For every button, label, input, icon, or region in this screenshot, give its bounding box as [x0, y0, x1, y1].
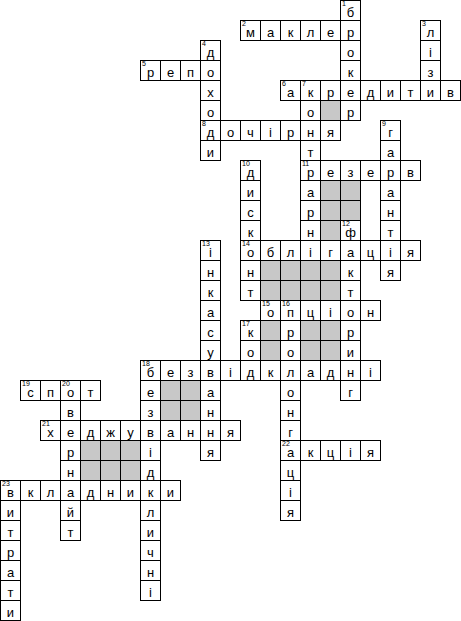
cell-letter: х [41, 424, 60, 440]
cell-letter: г [281, 424, 300, 440]
cell-letter: н [341, 364, 360, 380]
cell-letter: а [201, 304, 220, 320]
grid-cell[interactable]: 22а [280, 440, 301, 461]
grid-cell[interactable]: я [220, 420, 241, 441]
grid-cell[interactable]: р [340, 320, 361, 341]
blocked-cell [320, 340, 341, 361]
cell-letter: к [241, 224, 260, 240]
cell-letter: т [301, 144, 320, 160]
grid-cell[interactable]: е [340, 80, 361, 101]
grid-cell[interactable]: н [300, 120, 321, 141]
grid-cell[interactable]: 23в [0, 480, 21, 501]
grid-cell[interactable]: і [340, 440, 361, 461]
grid-cell[interactable]: т [240, 280, 261, 301]
cell-letter: е [361, 164, 380, 180]
cell-letter: р [341, 104, 360, 120]
grid-cell[interactable]: я [380, 260, 401, 281]
grid-cell[interactable]: к [300, 440, 321, 461]
grid-cell[interactable]: ц [300, 300, 321, 321]
grid-cell[interactable]: и [160, 480, 181, 501]
blocked-cell [300, 340, 321, 361]
cell-letter: с [201, 324, 220, 340]
grid-cell[interactable]: 16п [280, 300, 301, 321]
grid-cell[interactable]: с [200, 320, 221, 341]
grid-cell[interactable]: 19с [20, 380, 41, 401]
cell-letter: а [301, 364, 320, 380]
grid-cell[interactable]: а [0, 560, 21, 581]
grid-cell[interactable]: і [300, 240, 321, 261]
grid-cell[interactable]: н [340, 360, 361, 381]
cell-letter: и [381, 84, 400, 100]
cell-letter: в [401, 164, 420, 180]
blocked-cell [260, 260, 281, 281]
grid-cell[interactable]: е [60, 420, 81, 441]
grid-cell[interactable]: ц [320, 440, 341, 461]
cell-letter: д [361, 84, 380, 100]
grid-cell[interactable]: н [240, 260, 261, 281]
grid-cell[interactable]: д [140, 460, 161, 481]
cell-letter: о [221, 124, 240, 140]
grid-cell[interactable]: к [280, 20, 301, 41]
cell-letter: а [301, 184, 320, 200]
cell-letter: й [61, 504, 80, 520]
cell-letter: а [201, 384, 220, 400]
cell-letter: а [341, 244, 360, 260]
grid-cell[interactable]: о [200, 60, 221, 81]
cell-letter: о [61, 384, 80, 400]
grid-cell[interactable]: 20о [60, 380, 81, 401]
cell-letter: і [301, 244, 320, 260]
cell-letter: е [161, 64, 180, 80]
cell-letter: у [121, 424, 140, 440]
grid-cell[interactable]: 8д [200, 120, 221, 141]
cell-letter: к [141, 484, 160, 500]
cell-letter: ф [341, 224, 360, 240]
grid-cell[interactable]: о [240, 340, 261, 361]
cell-letter: о [201, 64, 220, 80]
grid-cell[interactable]: і [260, 120, 281, 141]
grid-cell[interactable]: р [380, 160, 401, 181]
grid-cell[interactable]: в [200, 360, 221, 381]
grid-cell[interactable]: о [200, 100, 221, 121]
grid-cell[interactable]: в [440, 80, 461, 101]
grid-cell[interactable]: и [200, 140, 221, 161]
grid-cell[interactable]: й [60, 500, 81, 521]
cell-letter: е [141, 384, 160, 400]
blocked-cell [320, 260, 341, 281]
cell-letter: е [341, 84, 360, 100]
grid-cell[interactable]: і [420, 40, 441, 61]
grid-cell[interactable]: 11р [300, 160, 321, 181]
grid-cell[interactable]: н [200, 420, 221, 441]
grid-cell[interactable]: а [300, 180, 321, 201]
cell-letter: а [281, 444, 300, 460]
grid-cell[interactable]: а [160, 420, 181, 441]
grid-cell[interactable]: р [280, 120, 301, 141]
grid-cell[interactable]: 18б [140, 360, 161, 381]
cell-letter: т [61, 524, 80, 540]
cell-letter: і [141, 444, 160, 460]
grid-cell[interactable]: 13і [200, 240, 221, 261]
grid-cell[interactable]: д [80, 420, 101, 441]
blocked-cell [120, 460, 141, 481]
blocked-cell [300, 260, 321, 281]
grid-cell[interactable]: д [240, 360, 261, 381]
cell-letter: з [141, 404, 160, 420]
cell-letter: д [241, 364, 260, 380]
cell-letter: р [61, 444, 80, 460]
cell-letter: р [321, 84, 340, 100]
cell-letter: к [261, 364, 280, 380]
grid-cell[interactable]: т [60, 520, 81, 541]
cell-letter: о [241, 344, 260, 360]
grid-cell[interactable]: н [60, 460, 81, 481]
cell-letter: в [201, 364, 220, 380]
grid-cell[interactable]: о [340, 40, 361, 61]
cell-letter: л [281, 244, 300, 260]
cell-letter: з [341, 164, 360, 180]
grid-cell[interactable]: н [140, 560, 161, 581]
grid-cell[interactable]: г [280, 420, 301, 441]
grid-cell[interactable]: р [340, 20, 361, 41]
grid-cell[interactable]: я [320, 120, 341, 141]
grid-cell[interactable]: е [320, 160, 341, 181]
cell-letter: я [221, 424, 240, 440]
grid-cell[interactable]: б [260, 240, 281, 261]
grid-cell[interactable]: к [140, 480, 161, 501]
blocked-cell [320, 220, 341, 241]
grid-cell[interactable]: н [380, 200, 401, 221]
grid-cell[interactable]: з [140, 400, 161, 421]
grid-cell[interactable]: г [340, 380, 361, 401]
cell-letter: т [1, 584, 20, 600]
grid-cell[interactable]: а [380, 140, 401, 161]
cell-letter: я [401, 244, 420, 260]
cell-letter: н [281, 404, 300, 420]
cell-letter: н [201, 264, 220, 280]
grid-cell[interactable]: в [140, 420, 161, 441]
grid-cell[interactable]: р [320, 80, 341, 101]
grid-cell[interactable]: к [200, 280, 221, 301]
grid-cell[interactable]: і [140, 580, 161, 601]
cell-letter: д [241, 164, 260, 180]
cell-letter: е [161, 364, 180, 380]
grid-cell[interactable]: н [200, 400, 221, 421]
grid-cell[interactable]: а [380, 180, 401, 201]
grid-cell[interactable]: 4д [200, 40, 221, 61]
grid-cell[interactable]: т [300, 140, 321, 161]
cell-letter: о [241, 244, 260, 260]
grid-cell[interactable]: л [280, 360, 301, 381]
grid-cell[interactable]: 6а [280, 80, 301, 101]
grid-cell[interactable]: и [240, 180, 261, 201]
grid-cell[interactable]: 7к [300, 80, 321, 101]
grid-cell[interactable]: р [60, 440, 81, 461]
grid-cell[interactable]: 21х [40, 420, 61, 441]
grid-cell[interactable]: 10д [240, 160, 261, 181]
grid-cell[interactable]: ч [240, 120, 261, 141]
blocked-cell [160, 400, 181, 421]
cell-letter: е [61, 424, 80, 440]
grid-cell[interactable]: 17к [240, 320, 261, 341]
grid-cell[interactable]: л [40, 480, 61, 501]
grid-cell[interactable]: п [180, 60, 201, 81]
cell-letter: и [1, 504, 20, 520]
cell-letter: о [341, 304, 360, 320]
grid-cell[interactable]: г [320, 240, 341, 261]
cell-letter: п [281, 304, 300, 320]
cell-letter: а [261, 24, 280, 40]
grid-cell[interactable]: з [420, 60, 441, 81]
grid-cell[interactable]: і [140, 440, 161, 461]
cell-letter: н [381, 204, 400, 220]
grid-cell[interactable]: а [340, 240, 361, 261]
cell-letter: н [141, 564, 160, 580]
cell-letter: т [1, 524, 20, 540]
grid-cell[interactable]: т [0, 520, 21, 541]
cell-letter: я [381, 264, 400, 280]
blocked-cell [320, 200, 341, 221]
grid-cell[interactable]: и [140, 520, 161, 541]
cell-letter: п [181, 64, 200, 80]
cell-letter: р [301, 164, 320, 180]
grid-cell[interactable]: у [120, 420, 141, 441]
grid-cell[interactable]: а [200, 380, 221, 401]
grid-cell[interactable]: т [380, 220, 401, 241]
grid-cell[interactable]: і [280, 480, 301, 501]
cell-letter: і [361, 364, 380, 380]
grid-cell[interactable]: н [300, 220, 321, 241]
cell-letter: е [321, 24, 340, 40]
grid-cell[interactable]: а [300, 360, 321, 381]
cell-letter: б [261, 244, 280, 260]
grid-cell[interactable]: т [340, 280, 361, 301]
blocked-cell [180, 400, 201, 421]
grid-cell[interactable]: н [180, 420, 201, 441]
grid-cell[interactable]: и [420, 80, 441, 101]
grid-cell[interactable]: д [360, 80, 381, 101]
blocked-cell [260, 320, 281, 341]
blocked-cell [320, 100, 341, 121]
cell-letter: к [301, 84, 320, 100]
grid-cell[interactable]: о [220, 120, 241, 141]
grid-cell[interactable]: о [280, 340, 301, 361]
cell-letter: і [341, 444, 360, 460]
grid-cell[interactable]: к [340, 60, 361, 81]
cell-letter: и [1, 604, 20, 620]
grid-cell[interactable]: в [400, 160, 421, 181]
cell-letter: о [261, 304, 280, 320]
cell-letter: д [81, 424, 100, 440]
cell-letter: н [201, 424, 220, 440]
grid-cell[interactable]: е [140, 380, 161, 401]
grid-cell[interactable]: и [380, 80, 401, 101]
blocked-cell [320, 180, 341, 201]
cell-letter: н [301, 124, 320, 140]
cell-letter: т [401, 84, 420, 100]
cell-letter: о [281, 384, 300, 400]
grid-cell[interactable]: о [340, 300, 361, 321]
blocked-cell [80, 460, 101, 481]
grid-cell[interactable]: е [160, 60, 181, 81]
cell-letter: к [241, 324, 260, 340]
grid-cell[interactable]: и [0, 600, 21, 621]
grid-cell[interactable]: с [240, 200, 261, 221]
blocked-cell [100, 440, 121, 461]
grid-cell[interactable]: 3л [420, 20, 441, 41]
grid-cell[interactable]: к [260, 360, 281, 381]
cell-letter: в [141, 424, 160, 440]
cell-letter: т [341, 284, 360, 300]
cell-letter: н [361, 304, 380, 320]
blocked-cell [300, 280, 321, 301]
cell-letter: і [141, 584, 160, 600]
cell-letter: д [201, 124, 220, 140]
grid-cell[interactable]: е [160, 360, 181, 381]
cell-letter: ч [141, 544, 160, 560]
grid-cell[interactable]: р [300, 200, 321, 221]
grid-cell[interactable]: ц [360, 240, 381, 261]
grid-cell[interactable]: о [300, 100, 321, 121]
grid-cell[interactable]: т [400, 80, 421, 101]
cell-letter: ц [321, 444, 340, 460]
cell-letter: п [41, 384, 60, 400]
cell-letter: ч [241, 124, 260, 140]
grid-cell[interactable]: т [0, 580, 21, 601]
grid-cell[interactable]: а [260, 20, 281, 41]
grid-cell[interactable]: н [100, 480, 121, 501]
grid-cell[interactable]: і [360, 360, 381, 381]
grid-cell[interactable]: ц [280, 460, 301, 481]
cell-letter: т [81, 384, 100, 400]
grid-cell[interactable]: в [60, 400, 81, 421]
cell-letter: ц [361, 244, 380, 260]
cell-letter: д [201, 44, 220, 60]
cell-letter: р [341, 324, 360, 340]
grid-cell[interactable]: е [360, 160, 381, 181]
grid-cell[interactable]: л [300, 20, 321, 41]
cell-letter: і [321, 304, 340, 320]
blocked-cell [340, 180, 361, 201]
cell-letter: о [341, 44, 360, 60]
cell-letter: и [341, 344, 360, 360]
cell-letter: в [61, 404, 80, 420]
grid-cell[interactable]: я [360, 440, 381, 461]
grid-cell[interactable]: н [200, 260, 221, 281]
cell-letter: я [361, 444, 380, 460]
grid-cell[interactable]: 9г [380, 120, 401, 141]
grid-cell[interactable]: 15о [260, 300, 281, 321]
grid-cell[interactable]: и [120, 480, 141, 501]
grid-cell[interactable]: н [280, 400, 301, 421]
cell-letter: я [321, 124, 340, 140]
cell-letter: н [181, 424, 200, 440]
grid-cell[interactable]: з [340, 160, 361, 181]
grid-cell[interactable]: н [360, 300, 381, 321]
grid-cell[interactable]: 14о [240, 240, 261, 261]
grid-cell[interactable]: р [340, 100, 361, 121]
cell-letter: я [281, 504, 300, 520]
grid-cell[interactable]: 12ф [340, 220, 361, 241]
grid-cell[interactable]: к [20, 480, 41, 501]
cell-letter: д [321, 364, 340, 380]
cell-letter: д [141, 464, 160, 480]
blocked-cell [280, 280, 301, 301]
blocked-cell [80, 440, 101, 461]
cell-letter: и [241, 184, 260, 200]
grid-cell[interactable]: д [80, 480, 101, 501]
cell-letter: т [241, 284, 260, 300]
cell-letter: у [201, 344, 220, 360]
cell-letter: а [281, 84, 300, 100]
grid-cell[interactable]: е [320, 20, 341, 41]
blocked-cell [300, 320, 321, 341]
grid-cell[interactable]: р [0, 540, 21, 561]
grid-cell[interactable]: ч [140, 540, 161, 561]
cell-letter: а [161, 424, 180, 440]
cell-letter: к [301, 444, 320, 460]
grid-cell[interactable]: я [400, 240, 421, 261]
cell-letter: ц [281, 464, 300, 480]
grid-cell[interactable]: и [0, 500, 21, 521]
cell-letter: і [421, 44, 440, 60]
grid-cell[interactable]: к [340, 260, 361, 281]
grid-cell[interactable]: і [320, 300, 341, 321]
grid-cell[interactable]: 2м [240, 20, 261, 41]
grid-cell[interactable]: з [180, 360, 201, 381]
grid-cell[interactable]: 5р [140, 60, 161, 81]
grid-cell[interactable]: п [40, 380, 61, 401]
cell-letter: и [201, 144, 220, 160]
cell-letter: р [141, 64, 160, 80]
grid-cell[interactable]: х [200, 80, 221, 101]
cell-letter: б [141, 364, 160, 380]
blocked-cell [160, 380, 181, 401]
grid-cell[interactable]: я [200, 440, 221, 461]
cell-letter: и [141, 524, 160, 540]
cell-letter: к [21, 484, 40, 500]
cell-letter: о [301, 104, 320, 120]
grid-cell[interactable]: д [320, 360, 341, 381]
cell-letter: і [201, 244, 220, 260]
grid-cell[interactable]: 1б [340, 0, 361, 21]
grid-cell[interactable]: р [280, 320, 301, 341]
grid-cell[interactable]: а [60, 480, 81, 501]
blocked-cell [280, 260, 301, 281]
grid-cell[interactable]: и [340, 340, 361, 361]
cell-letter: г [341, 384, 360, 400]
grid-cell[interactable]: к [240, 220, 261, 241]
grid-cell[interactable]: я [280, 500, 301, 521]
cell-letter: в [1, 484, 20, 500]
grid-cell[interactable]: о [280, 380, 301, 401]
cell-letter: е [321, 164, 340, 180]
grid-cell[interactable]: л [280, 240, 301, 261]
cell-letter: к [281, 24, 300, 40]
grid-cell[interactable]: і [380, 240, 401, 261]
blocked-cell [260, 340, 281, 361]
grid-cell[interactable]: і [220, 360, 241, 381]
cell-letter: х [201, 84, 220, 100]
cell-letter: р [341, 24, 360, 40]
grid-cell[interactable]: а [200, 300, 221, 321]
grid-cell[interactable]: у [200, 340, 221, 361]
grid-cell[interactable]: л [140, 500, 161, 521]
cell-letter: а [381, 184, 400, 200]
grid-cell[interactable]: ж [100, 420, 121, 441]
grid-cell[interactable]: т [80, 380, 101, 401]
cell-letter: р [281, 124, 300, 140]
